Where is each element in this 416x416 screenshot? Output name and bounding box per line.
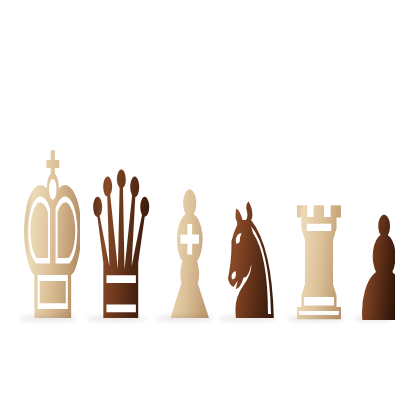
piece-black-pawn: ♟ [351, 0, 395, 416]
black-pawn-glyph: ♟ [351, 197, 395, 341]
piece-black-knight: ♞ [215, 0, 279, 416]
white-bishop-glyph: ♝ [153, 170, 217, 346]
chess-pieces-photo: ♚ ♛ ♝ ♞ ♜ ♟ [0, 0, 416, 416]
black-queen-glyph: ♛ [84, 147, 150, 350]
black-knight-glyph: ♞ [215, 184, 279, 344]
piece-white-rook: ♜ [284, 0, 348, 416]
piece-black-queen: ♛ [84, 0, 150, 416]
piece-white-bishop: ♝ [153, 0, 217, 416]
piece-white-king: ♚ [16, 0, 80, 416]
white-rook-glyph: ♜ [284, 187, 348, 343]
white-king-glyph: ♚ [16, 124, 80, 354]
